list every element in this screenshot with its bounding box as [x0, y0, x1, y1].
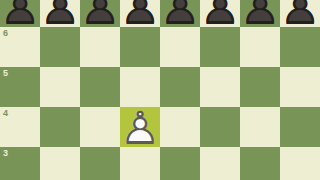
square-g3[interactable] [240, 147, 280, 180]
black-pawn-a7[interactable]: ♟♙ [0, 0, 40, 27]
square-h7[interactable]: ♟♙ [280, 0, 320, 27]
square-g4[interactable] [240, 107, 280, 147]
square-b5[interactable] [40, 67, 80, 107]
black-pawn-d7[interactable]: ♟♙ [120, 0, 160, 27]
square-a3[interactable]: 3 [0, 147, 40, 180]
black-pawn-h7[interactable]: ♟♙ [280, 0, 320, 27]
square-h5[interactable] [280, 67, 320, 107]
square-c4[interactable] [80, 107, 120, 147]
square-g5[interactable] [240, 67, 280, 107]
square-e4[interactable] [160, 107, 200, 147]
square-e5[interactable] [160, 67, 200, 107]
square-g7[interactable]: ♟♙ [240, 0, 280, 27]
square-e6[interactable] [160, 27, 200, 67]
square-d4[interactable]: ♟♙ [120, 107, 160, 147]
square-e7[interactable]: ♟♙ [160, 0, 200, 27]
black-pawn-g7[interactable]: ♟♙ [240, 0, 280, 27]
square-b4[interactable] [40, 107, 80, 147]
square-d6[interactable] [120, 27, 160, 67]
square-b6[interactable] [40, 27, 80, 67]
square-f3[interactable] [200, 147, 240, 180]
square-h3[interactable] [280, 147, 320, 180]
rank-label-4: 4 [3, 108, 8, 118]
chess-board-viewport: ♟♙♟♙♟♙♟♙♟♙♟♙♟♙♟♙654♟♙3 [0, 0, 320, 180]
square-a5[interactable]: 5 [0, 67, 40, 107]
square-b3[interactable] [40, 147, 80, 180]
square-h4[interactable] [280, 107, 320, 147]
square-a4[interactable]: 4 [0, 107, 40, 147]
square-h6[interactable] [280, 27, 320, 67]
white-pawn-d4[interactable]: ♟♙ [120, 107, 160, 147]
board-grid: ♟♙♟♙♟♙♟♙♟♙♟♙♟♙♟♙654♟♙3 [0, 0, 320, 180]
square-g6[interactable] [240, 27, 280, 67]
square-c6[interactable] [80, 27, 120, 67]
square-f7[interactable]: ♟♙ [200, 0, 240, 27]
square-a7[interactable]: ♟♙ [0, 0, 40, 27]
square-a6[interactable]: 6 [0, 27, 40, 67]
black-pawn-e7[interactable]: ♟♙ [160, 0, 200, 27]
square-f6[interactable] [200, 27, 240, 67]
rank-label-3: 3 [3, 148, 8, 158]
square-c7[interactable]: ♟♙ [80, 0, 120, 27]
square-c5[interactable] [80, 67, 120, 107]
black-pawn-c7[interactable]: ♟♙ [80, 0, 120, 27]
square-d3[interactable] [120, 147, 160, 180]
rank-label-6: 6 [3, 28, 8, 38]
black-pawn-f7[interactable]: ♟♙ [200, 0, 240, 27]
square-d7[interactable]: ♟♙ [120, 0, 160, 27]
square-f4[interactable] [200, 107, 240, 147]
square-b7[interactable]: ♟♙ [40, 0, 80, 27]
square-c3[interactable] [80, 147, 120, 180]
rank-label-5: 5 [3, 68, 8, 78]
pawn-glyph-outline: ♙ [119, 105, 160, 151]
black-pawn-b7[interactable]: ♟♙ [40, 0, 80, 27]
square-e3[interactable] [160, 147, 200, 180]
square-f5[interactable] [200, 67, 240, 107]
